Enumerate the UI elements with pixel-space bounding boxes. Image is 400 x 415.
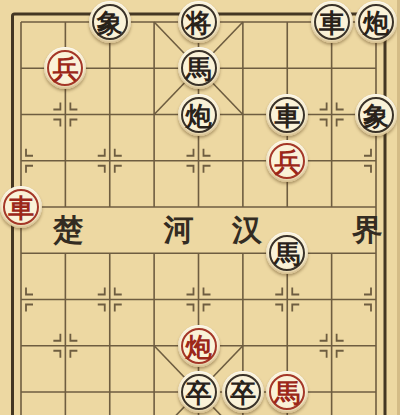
piece-black-soldier[interactable]: 卒 — [222, 371, 264, 413]
piece-black-horse[interactable]: 馬 — [178, 47, 220, 89]
piece-glyph: 車 — [319, 10, 345, 36]
piece-black-chariot[interactable]: 車 — [266, 94, 308, 136]
piece-red-soldier[interactable]: 兵 — [266, 140, 308, 182]
piece-black-cannon[interactable]: 炮 — [355, 1, 397, 43]
piece-glyph: 兵 — [52, 56, 78, 82]
piece-glyph: 将 — [186, 10, 212, 36]
piece-glyph: 馬 — [274, 380, 300, 406]
piece-black-elephant[interactable]: 象 — [89, 1, 131, 43]
piece-red-cannon[interactable]: 炮 — [178, 325, 220, 367]
piece-glyph: 兵 — [274, 149, 300, 175]
piece-black-cannon[interactable]: 炮 — [178, 94, 220, 136]
piece-black-chariot[interactable]: 車 — [311, 1, 353, 43]
river-label-han-jie: 汉 界 — [232, 212, 400, 248]
piece-glyph: 象 — [97, 10, 123, 36]
piece-glyph: 馬 — [186, 56, 212, 82]
piece-glyph: 炮 — [186, 103, 212, 129]
river-label-chu-he: 楚 河 — [53, 212, 228, 248]
piece-glyph: 車 — [8, 195, 34, 221]
piece-glyph: 馬 — [274, 241, 300, 267]
piece-black-horse[interactable]: 馬 — [266, 232, 308, 274]
piece-red-soldier[interactable]: 兵 — [44, 47, 86, 89]
piece-red-horse[interactable]: 馬 — [266, 371, 308, 413]
xiangqi-board: 楚 河 汉 界 象将車炮兵馬炮車象兵車馬炮卒卒馬 — [0, 0, 400, 415]
piece-glyph: 炮 — [363, 10, 389, 36]
piece-black-soldier[interactable]: 卒 — [178, 371, 220, 413]
piece-glyph: 卒 — [186, 380, 212, 406]
piece-black-general[interactable]: 将 — [178, 1, 220, 43]
piece-black-elephant[interactable]: 象 — [355, 94, 397, 136]
piece-glyph: 炮 — [186, 334, 212, 360]
piece-red-chariot[interactable]: 車 — [0, 186, 42, 228]
piece-glyph: 象 — [363, 103, 389, 129]
piece-glyph: 卒 — [230, 380, 256, 406]
piece-glyph: 車 — [274, 103, 300, 129]
